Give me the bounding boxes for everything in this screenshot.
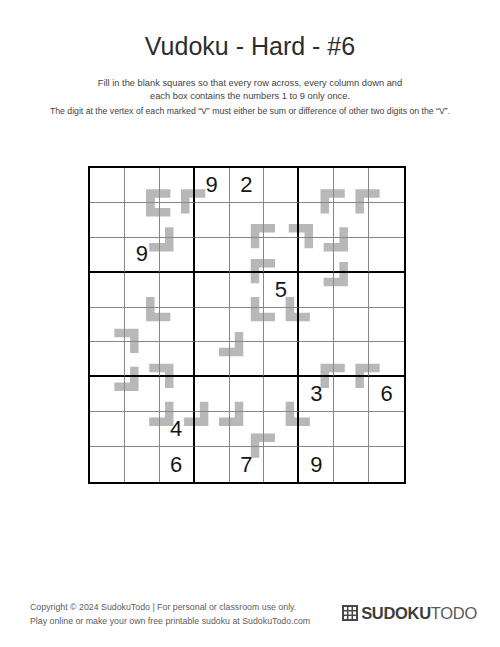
cell-r7c4[interactable] <box>195 377 230 412</box>
cell-r5c4[interactable] <box>195 308 230 343</box>
cell-r2c3[interactable] <box>160 203 195 238</box>
puzzle-page: Vudoku - Hard - #6 Fill in the blank squ… <box>0 0 500 647</box>
cell-r8c9[interactable] <box>369 412 404 447</box>
cell-r1c2[interactable] <box>125 168 160 203</box>
cell-r3c5[interactable] <box>230 238 265 273</box>
cell-r9c4[interactable] <box>195 447 230 482</box>
cell-r6c7[interactable] <box>299 342 334 377</box>
cell-r7c8[interactable] <box>334 377 369 412</box>
cell-r2c2[interactable] <box>125 203 160 238</box>
cell-r7c3[interactable] <box>160 377 195 412</box>
cell-r5c8[interactable] <box>334 308 369 343</box>
cell-r8c5[interactable] <box>230 412 265 447</box>
sudokutodo-logo: SUDOKUTODO <box>342 602 477 624</box>
cell-r3c9[interactable] <box>369 238 404 273</box>
cell-r7c2[interactable] <box>125 377 160 412</box>
cell-r3c4[interactable] <box>195 238 230 273</box>
sudoku-board: 9295364679 <box>88 166 406 484</box>
cell-r5c6[interactable] <box>264 308 299 343</box>
logo-text-todo: TODO <box>431 604 477 623</box>
instructions-line-1: Fill in the blank squares so that every … <box>0 77 500 90</box>
sudoku-grid-icon <box>342 605 358 621</box>
cell-r6c2[interactable] <box>125 342 160 377</box>
cell-r8c7[interactable] <box>299 412 334 447</box>
cell-r6c5[interactable] <box>230 342 265 377</box>
cell-r6c8[interactable] <box>334 342 369 377</box>
cell-r3c3[interactable] <box>160 238 195 273</box>
cell-r7c7[interactable]: 3 <box>299 377 334 412</box>
cell-r8c6[interactable] <box>264 412 299 447</box>
cell-r4c8[interactable] <box>334 273 369 308</box>
footer-line-2: Play online or make your own free printa… <box>30 615 310 629</box>
cell-r9c8[interactable] <box>334 447 369 482</box>
cell-r2c5[interactable] <box>230 203 265 238</box>
cell-r5c3[interactable] <box>160 308 195 343</box>
cell-r1c7[interactable] <box>299 168 334 203</box>
cell-r6c9[interactable] <box>369 342 404 377</box>
cell-r5c9[interactable] <box>369 308 404 343</box>
cell-r4c2[interactable] <box>125 273 160 308</box>
cell-r4c1[interactable] <box>90 273 125 308</box>
footer-copyright: Copyright © 2024 SudokuTodo | For person… <box>30 601 310 628</box>
cell-r3c7[interactable] <box>299 238 334 273</box>
cell-r8c4[interactable] <box>195 412 230 447</box>
sudoku-grid: 9295364679 <box>90 168 404 482</box>
cell-r4c7[interactable] <box>299 273 334 308</box>
cell-r1c9[interactable] <box>369 168 404 203</box>
cell-r5c2[interactable] <box>125 308 160 343</box>
cell-r1c5[interactable]: 2 <box>230 168 265 203</box>
page-title: Vudoku - Hard - #6 <box>0 30 500 62</box>
cell-r2c4[interactable] <box>195 203 230 238</box>
cell-r7c5[interactable] <box>230 377 265 412</box>
logo-text-sudoku: SUDOKU <box>361 604 431 623</box>
cell-r9c3[interactable]: 6 <box>160 447 195 482</box>
cell-r6c4[interactable] <box>195 342 230 377</box>
cell-r9c5[interactable]: 7 <box>230 447 265 482</box>
cell-r7c1[interactable] <box>90 377 125 412</box>
cell-r8c8[interactable] <box>334 412 369 447</box>
cell-r1c4[interactable]: 9 <box>195 168 230 203</box>
cell-r1c8[interactable] <box>334 168 369 203</box>
cell-r4c5[interactable] <box>230 273 265 308</box>
cell-r5c7[interactable] <box>299 308 334 343</box>
cell-r4c9[interactable] <box>369 273 404 308</box>
instructions-line-2: each box contains the numbers 1 to 9 onl… <box>0 90 500 103</box>
cell-r9c2[interactable] <box>125 447 160 482</box>
cell-r2c7[interactable] <box>299 203 334 238</box>
cell-r4c4[interactable] <box>195 273 230 308</box>
cell-r8c3[interactable]: 4 <box>160 412 195 447</box>
cell-r3c8[interactable] <box>334 238 369 273</box>
v-rule-text: The digit at the vertex of each marked “… <box>0 105 500 117</box>
cell-r6c6[interactable] <box>264 342 299 377</box>
cell-r9c6[interactable] <box>264 447 299 482</box>
cell-r8c1[interactable] <box>90 412 125 447</box>
cell-r6c1[interactable] <box>90 342 125 377</box>
cell-r2c8[interactable] <box>334 203 369 238</box>
cell-r1c1[interactable] <box>90 168 125 203</box>
cell-r9c7[interactable]: 9 <box>299 447 334 482</box>
cell-r1c3[interactable] <box>160 168 195 203</box>
cell-r3c2[interactable]: 9 <box>125 238 160 273</box>
cell-r4c3[interactable] <box>160 273 195 308</box>
cell-r4c6[interactable]: 5 <box>264 273 299 308</box>
cell-r9c1[interactable] <box>90 447 125 482</box>
cell-r1c6[interactable] <box>264 168 299 203</box>
cell-r6c3[interactable] <box>160 342 195 377</box>
cell-r2c1[interactable] <box>90 203 125 238</box>
footer-line-1: Copyright © 2024 SudokuTodo | For person… <box>30 601 310 615</box>
instructions: Fill in the blank squares so that every … <box>0 77 500 103</box>
cell-r2c9[interactable] <box>369 203 404 238</box>
cell-r5c5[interactable] <box>230 308 265 343</box>
cell-r7c6[interactable] <box>264 377 299 412</box>
cell-r2c6[interactable] <box>264 203 299 238</box>
cell-r5c1[interactable] <box>90 308 125 343</box>
cell-r9c9[interactable] <box>369 447 404 482</box>
cell-r8c2[interactable] <box>125 412 160 447</box>
cell-r7c9[interactable]: 6 <box>369 377 404 412</box>
cell-r3c6[interactable] <box>264 238 299 273</box>
cell-r3c1[interactable] <box>90 238 125 273</box>
